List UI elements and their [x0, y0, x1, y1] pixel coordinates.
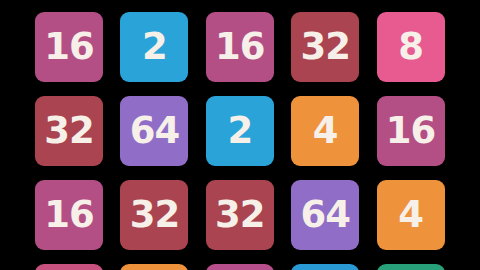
tile-value: 16: [44, 28, 94, 67]
tile-value: 64: [300, 196, 350, 235]
tile-value: 8: [398, 28, 423, 67]
tile-value: 16: [386, 112, 436, 151]
tile-r1c2-2: 2: [120, 12, 188, 82]
tile-value: 2: [142, 28, 167, 67]
tile-value: 32: [300, 28, 350, 67]
tile-r2c2-64: 64: [120, 96, 188, 166]
tile-r3c2-32: 32: [120, 180, 188, 250]
tile-value: 32: [44, 112, 94, 151]
tile-r3c4-64: 64: [291, 180, 359, 250]
game-screen: 1621632832642416163232644: [0, 0, 480, 270]
tile-r1c3-16: 16: [206, 12, 274, 82]
tile-r4c4-unknown: [291, 264, 359, 270]
tile-r2c1-32: 32: [35, 96, 103, 166]
tile-r1c4-32: 32: [291, 12, 359, 82]
tile-r3c1-16: 16: [35, 180, 103, 250]
tile-r4c2-unknown: [120, 264, 188, 270]
tile-r4c1-unknown: [35, 264, 103, 270]
tile-r3c5-4: 4: [377, 180, 445, 250]
tile-r1c5-8: 8: [377, 12, 445, 82]
tile-value: 32: [130, 196, 180, 235]
tile-r2c4-4: 4: [291, 96, 359, 166]
tile-r4c5-unknown: [377, 264, 445, 270]
tile-r2c5-16: 16: [377, 96, 445, 166]
tile-r3c3-32: 32: [206, 180, 274, 250]
tile-r1c1-16: 16: [35, 12, 103, 82]
tile-value: 16: [215, 28, 265, 67]
tile-value: 4: [398, 196, 423, 235]
game-board[interactable]: 1621632832642416163232644: [35, 12, 445, 270]
tile-value: 64: [130, 112, 180, 151]
tile-value: 16: [44, 196, 94, 235]
tile-value: 2: [227, 112, 252, 151]
tile-r2c3-2: 2: [206, 96, 274, 166]
tile-value: 32: [215, 196, 265, 235]
tile-value: 4: [313, 112, 338, 151]
tile-r4c3-unknown: [206, 264, 274, 270]
